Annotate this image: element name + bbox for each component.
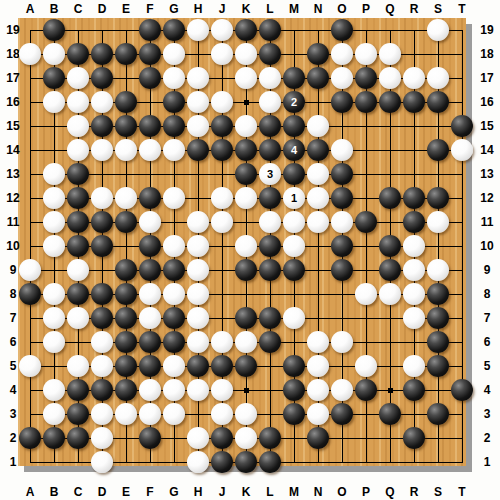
black-stone-L12[interactable] (259, 187, 281, 209)
white-stone-M10[interactable] (283, 235, 305, 257)
white-stone-H19[interactable] (187, 19, 209, 41)
white-stone-E14[interactable] (115, 139, 137, 161)
black-stone-K14[interactable] (235, 139, 257, 161)
black-stone-H5[interactable] (187, 355, 209, 377)
black-stone-O16[interactable] (331, 91, 353, 113)
black-stone-S7[interactable] (427, 307, 449, 329)
black-stone-C8[interactable] (67, 283, 89, 305)
black-stone-L10[interactable] (259, 235, 281, 257)
white-stone-B18[interactable] (43, 43, 65, 65)
col-label-top-M: M (282, 1, 306, 17)
black-stone-C2[interactable] (67, 427, 89, 449)
black-stone-F18[interactable] (139, 43, 161, 65)
black-stone-Q16[interactable] (379, 91, 401, 113)
row-label-right-19: 19 (474, 22, 500, 38)
col-label-top-L: L (258, 1, 282, 17)
white-stone-O14[interactable] (331, 139, 353, 161)
white-stone-F14[interactable] (139, 139, 161, 161)
white-stone-K6[interactable] (235, 331, 257, 353)
white-stone-O18[interactable] (331, 43, 353, 65)
black-stone-F5[interactable] (139, 355, 161, 377)
black-stone-K13[interactable] (235, 163, 257, 185)
white-stone-Q18[interactable] (379, 43, 401, 65)
black-stone-G6[interactable] (163, 331, 185, 353)
white-stone-S17[interactable] (427, 67, 449, 89)
black-stone-S8[interactable] (427, 283, 449, 305)
white-stone-R8[interactable] (403, 283, 425, 305)
col-label-bottom-A: A (18, 484, 42, 500)
white-stone-P8[interactable] (355, 283, 377, 305)
white-stone-R17[interactable] (403, 67, 425, 89)
black-stone-N18[interactable] (307, 43, 329, 65)
black-stone-E18[interactable] (115, 43, 137, 65)
white-stone-M7[interactable] (283, 307, 305, 329)
white-stone-B6[interactable] (43, 331, 65, 353)
black-stone-H14[interactable] (187, 139, 209, 161)
white-stone-L17[interactable] (259, 67, 281, 89)
star-point-K4 (244, 388, 249, 393)
black-stone-N2[interactable] (307, 427, 329, 449)
col-label-top-R: R (402, 1, 426, 17)
white-stone-T14[interactable] (451, 139, 473, 161)
black-stone-R16[interactable] (403, 91, 425, 113)
white-stone-A18[interactable] (19, 43, 41, 65)
black-stone-G7[interactable] (163, 307, 185, 329)
white-stone-N5[interactable] (307, 355, 329, 377)
white-stone-G12[interactable] (163, 187, 185, 209)
row-label-right-18: 18 (474, 46, 500, 62)
black-stone-F12[interactable] (139, 187, 161, 209)
white-stone-E3[interactable] (115, 403, 137, 425)
white-stone-K2[interactable] (235, 427, 257, 449)
col-label-bottom-T: T (450, 484, 474, 500)
white-stone-B13[interactable] (43, 163, 65, 185)
col-label-bottom-R: R (402, 484, 426, 500)
black-stone-C10[interactable] (67, 235, 89, 257)
black-stone-E4[interactable] (115, 379, 137, 401)
black-stone-K7[interactable] (235, 307, 257, 329)
col-label-bottom-Q: Q (378, 484, 402, 500)
black-stone-S6[interactable] (427, 331, 449, 353)
white-stone-P18[interactable] (355, 43, 377, 65)
white-stone-C9[interactable] (67, 259, 89, 281)
black-stone-R2[interactable] (403, 427, 425, 449)
col-label-bottom-L: L (258, 484, 282, 500)
col-label-top-K: K (234, 1, 258, 17)
white-stone-K3[interactable] (235, 403, 257, 425)
white-stone-G8[interactable] (163, 283, 185, 305)
black-stone-O19[interactable] (331, 19, 353, 41)
white-stone-R9[interactable] (403, 259, 425, 281)
black-stone-B19[interactable] (43, 19, 65, 41)
row-label-right-7: 7 (474, 310, 500, 326)
black-stone-F19[interactable] (139, 19, 161, 41)
star-point-K16 (244, 100, 249, 105)
col-label-top-S: S (426, 1, 450, 17)
black-stone-O12[interactable] (331, 187, 353, 209)
black-stone-L1[interactable] (259, 451, 281, 473)
black-stone-Q3[interactable] (379, 403, 401, 425)
white-stone-L13[interactable]: 3 (259, 163, 281, 185)
black-stone-P11[interactable] (355, 211, 377, 233)
row-label-right-14: 14 (474, 142, 500, 158)
white-stone-H10[interactable] (187, 235, 209, 257)
row-label-left-15: 15 (0, 118, 26, 134)
black-stone-G16[interactable] (163, 91, 185, 113)
row-label-left-7: 7 (0, 310, 26, 326)
white-stone-D2[interactable] (91, 427, 113, 449)
col-label-bottom-K: K (234, 484, 258, 500)
row-label-right-10: 10 (474, 238, 500, 254)
white-stone-A5[interactable] (19, 355, 41, 377)
white-stone-B10[interactable] (43, 235, 65, 257)
col-label-bottom-D: D (90, 484, 114, 500)
col-label-top-C: C (66, 1, 90, 17)
white-stone-G4[interactable] (163, 379, 185, 401)
row-label-right-4: 4 (474, 382, 500, 398)
row-label-left-4: 4 (0, 382, 26, 398)
black-stone-D8[interactable] (91, 283, 113, 305)
black-stone-C18[interactable] (67, 43, 89, 65)
black-stone-D10[interactable] (91, 235, 113, 257)
col-label-top-A: A (18, 1, 42, 17)
black-stone-Q10[interactable] (379, 235, 401, 257)
white-stone-S11[interactable] (427, 211, 449, 233)
col-label-top-O: O (330, 1, 354, 17)
black-stone-L9[interactable] (259, 259, 281, 281)
white-stone-G3[interactable] (163, 403, 185, 425)
black-stone-F15[interactable] (139, 115, 161, 137)
black-stone-J14[interactable] (211, 139, 233, 161)
col-label-top-D: D (90, 1, 114, 17)
black-stone-C11[interactable] (67, 211, 89, 233)
white-stone-H16[interactable] (187, 91, 209, 113)
white-stone-J3[interactable] (211, 403, 233, 425)
black-stone-C3[interactable] (67, 403, 89, 425)
black-stone-B17[interactable] (43, 67, 65, 89)
black-stone-M17[interactable] (283, 67, 305, 89)
row-label-left-12: 12 (0, 190, 26, 206)
white-stone-J12[interactable] (211, 187, 233, 209)
white-stone-C14[interactable] (67, 139, 89, 161)
white-stone-H2[interactable] (187, 427, 209, 449)
white-stone-K15[interactable] (235, 115, 257, 137)
white-stone-F4[interactable] (139, 379, 161, 401)
black-stone-M5[interactable] (283, 355, 305, 377)
row-label-right-17: 17 (474, 70, 500, 86)
white-stone-M11[interactable] (283, 211, 305, 233)
black-stone-M4[interactable] (283, 379, 305, 401)
white-stone-H4[interactable] (187, 379, 209, 401)
col-label-top-Q: Q (378, 1, 402, 17)
black-stone-O9[interactable] (331, 259, 353, 281)
col-label-top-B: B (42, 1, 66, 17)
black-stone-J1[interactable] (211, 451, 233, 473)
black-stone-J5[interactable] (211, 355, 233, 377)
white-stone-F8[interactable] (139, 283, 161, 305)
black-stone-M9[interactable] (283, 259, 305, 281)
black-stone-L7[interactable] (259, 307, 281, 329)
white-stone-B4[interactable] (43, 379, 65, 401)
col-label-bottom-F: F (138, 484, 162, 500)
white-stone-C16[interactable] (67, 91, 89, 113)
white-stone-B12[interactable] (43, 187, 65, 209)
col-label-bottom-C: C (66, 484, 90, 500)
black-stone-E5[interactable] (115, 355, 137, 377)
black-stone-P4[interactable] (355, 379, 377, 401)
black-stone-B2[interactable] (43, 427, 65, 449)
black-stone-K19[interactable] (235, 19, 257, 41)
col-label-bottom-M: M (282, 484, 306, 500)
white-stone-G10[interactable] (163, 235, 185, 257)
white-stone-Q17[interactable] (379, 67, 401, 89)
white-stone-G14[interactable] (163, 139, 185, 161)
star-point-Q4 (388, 388, 393, 393)
white-stone-G17[interactable] (163, 67, 185, 89)
white-stone-C5[interactable] (67, 355, 89, 377)
col-label-top-F: F (138, 1, 162, 17)
black-stone-O13[interactable] (331, 163, 353, 185)
black-stone-L18[interactable] (259, 43, 281, 65)
white-stone-C7[interactable] (67, 307, 89, 329)
black-stone-D17[interactable] (91, 67, 113, 89)
black-stone-F6[interactable] (139, 331, 161, 353)
white-stone-H8[interactable] (187, 283, 209, 305)
black-stone-K1[interactable] (235, 451, 257, 473)
white-stone-G5[interactable] (163, 355, 185, 377)
col-label-top-P: P (354, 1, 378, 17)
black-stone-D7[interactable] (91, 307, 113, 329)
black-stone-M16[interactable]: 2 (283, 91, 305, 113)
white-stone-D14[interactable] (91, 139, 113, 161)
black-stone-N17[interactable] (307, 67, 329, 89)
white-stone-J19[interactable] (211, 19, 233, 41)
row-label-right-6: 6 (474, 334, 500, 350)
col-label-top-G: G (162, 1, 186, 17)
black-stone-L15[interactable] (259, 115, 281, 137)
col-label-bottom-G: G (162, 484, 186, 500)
black-stone-T15[interactable] (451, 115, 473, 137)
col-label-bottom-B: B (42, 484, 66, 500)
row-label-left-13: 13 (0, 166, 26, 182)
black-stone-F2[interactable] (139, 427, 161, 449)
black-stone-S14[interactable] (427, 139, 449, 161)
black-stone-P17[interactable] (355, 67, 377, 89)
col-label-top-E: E (114, 1, 138, 17)
row-label-right-11: 11 (474, 214, 500, 230)
white-stone-J6[interactable] (211, 331, 233, 353)
white-stone-N3[interactable] (307, 403, 329, 425)
black-stone-F10[interactable] (139, 235, 161, 257)
black-stone-O3[interactable] (331, 403, 353, 425)
black-stone-J2[interactable] (211, 427, 233, 449)
row-label-left-3: 3 (0, 406, 26, 422)
black-stone-E6[interactable] (115, 331, 137, 353)
white-stone-H9[interactable] (187, 259, 209, 281)
white-stone-O11[interactable] (331, 211, 353, 233)
black-stone-A8[interactable] (19, 283, 41, 305)
white-stone-F11[interactable] (139, 211, 161, 233)
white-stone-J4[interactable] (211, 379, 233, 401)
white-stone-J18[interactable] (211, 43, 233, 65)
row-label-right-2: 2 (474, 430, 500, 446)
black-stone-L19[interactable] (259, 19, 281, 41)
row-label-right-15: 15 (474, 118, 500, 134)
black-stone-G9[interactable] (163, 259, 185, 281)
white-stone-N11[interactable] (307, 211, 329, 233)
white-stone-K18[interactable] (235, 43, 257, 65)
black-stone-O10[interactable] (331, 235, 353, 257)
black-stone-M3[interactable] (283, 403, 305, 425)
white-stone-Q8[interactable] (379, 283, 401, 305)
black-stone-K9[interactable] (235, 259, 257, 281)
black-stone-S3[interactable] (427, 403, 449, 425)
black-stone-P16[interactable] (355, 91, 377, 113)
white-stone-D5[interactable] (91, 355, 113, 377)
white-stone-H11[interactable] (187, 211, 209, 233)
black-stone-D11[interactable] (91, 211, 113, 233)
row-label-left-1: 1 (0, 454, 26, 470)
black-stone-L6[interactable] (259, 331, 281, 353)
col-label-bottom-S: S (426, 484, 450, 500)
row-label-left-16: 16 (0, 94, 26, 110)
white-stone-L16[interactable] (259, 91, 281, 113)
black-stone-D15[interactable] (91, 115, 113, 137)
black-stone-R12[interactable] (403, 187, 425, 209)
black-stone-C13[interactable] (67, 163, 89, 185)
white-stone-O4[interactable] (331, 379, 353, 401)
row-label-right-9: 9 (474, 262, 500, 278)
col-label-bottom-O: O (330, 484, 354, 500)
black-stone-C4[interactable] (67, 379, 89, 401)
col-label-bottom-J: J (210, 484, 234, 500)
black-stone-J15[interactable] (211, 115, 233, 137)
black-stone-G19[interactable] (163, 19, 185, 41)
black-stone-N14[interactable] (307, 139, 329, 161)
black-stone-M13[interactable] (283, 163, 305, 185)
white-stone-K17[interactable] (235, 67, 257, 89)
white-stone-O17[interactable] (331, 67, 353, 89)
black-stone-F17[interactable] (139, 67, 161, 89)
black-stone-C12[interactable] (67, 187, 89, 209)
white-stone-S19[interactable] (427, 19, 449, 41)
black-stone-E7[interactable] (115, 307, 137, 329)
white-stone-B3[interactable] (43, 403, 65, 425)
white-stone-H17[interactable] (187, 67, 209, 89)
row-label-left-14: 14 (0, 142, 26, 158)
white-stone-N6[interactable] (307, 331, 329, 353)
black-stone-D4[interactable] (91, 379, 113, 401)
black-stone-Q12[interactable] (379, 187, 401, 209)
black-stone-D18[interactable] (91, 43, 113, 65)
white-stone-N13[interactable] (307, 163, 329, 185)
black-stone-L2[interactable] (259, 427, 281, 449)
white-stone-R10[interactable] (403, 235, 425, 257)
white-stone-H1[interactable] (187, 451, 209, 473)
white-stone-B8[interactable] (43, 283, 65, 305)
col-label-top-H: H (186, 1, 210, 17)
black-stone-F9[interactable] (139, 259, 161, 281)
white-stone-P5[interactable] (355, 355, 377, 377)
black-stone-K5[interactable] (235, 355, 257, 377)
black-stone-R11[interactable] (403, 211, 425, 233)
col-label-top-N: N (306, 1, 330, 17)
white-stone-H15[interactable] (187, 115, 209, 137)
white-stone-R7[interactable] (403, 307, 425, 329)
white-stone-F7[interactable] (139, 307, 161, 329)
white-stone-H7[interactable] (187, 307, 209, 329)
white-stone-A9[interactable] (19, 259, 41, 281)
black-stone-S5[interactable] (427, 355, 449, 377)
white-stone-K10[interactable] (235, 235, 257, 257)
white-stone-B16[interactable] (43, 91, 65, 113)
white-stone-D6[interactable] (91, 331, 113, 353)
white-stone-L11[interactable] (259, 211, 281, 233)
black-stone-G15[interactable] (163, 115, 185, 137)
black-stone-E11[interactable] (115, 211, 137, 233)
white-stone-S9[interactable] (427, 259, 449, 281)
black-stone-S16[interactable] (427, 91, 449, 113)
black-stone-A2[interactable] (19, 427, 41, 449)
black-stone-E8[interactable] (115, 283, 137, 305)
row-label-right-3: 3 (474, 406, 500, 422)
white-stone-H6[interactable] (187, 331, 209, 353)
white-stone-C17[interactable] (67, 67, 89, 89)
black-stone-R4[interactable] (403, 379, 425, 401)
white-stone-B11[interactable] (43, 211, 65, 233)
white-stone-C15[interactable] (67, 115, 89, 137)
white-stone-N4[interactable] (307, 379, 329, 401)
row-label-right-5: 5 (474, 358, 500, 374)
black-stone-E15[interactable] (115, 115, 137, 137)
row-label-left-6: 6 (0, 334, 26, 350)
black-stone-E16[interactable] (115, 91, 137, 113)
white-stone-D3[interactable] (91, 403, 113, 425)
black-stone-M15[interactable] (283, 115, 305, 137)
white-stone-J11[interactable] (211, 211, 233, 233)
black-stone-E9[interactable] (115, 259, 137, 281)
white-stone-M12[interactable]: 1 (283, 187, 305, 209)
white-stone-G18[interactable] (163, 43, 185, 65)
black-stone-L14[interactable] (259, 139, 281, 161)
black-stone-Q9[interactable] (379, 259, 401, 281)
white-stone-D16[interactable] (91, 91, 113, 113)
white-stone-N12[interactable] (307, 187, 329, 209)
row-label-left-19: 19 (0, 22, 26, 38)
white-stone-N15[interactable] (307, 115, 329, 137)
black-stone-S12[interactable] (427, 187, 449, 209)
white-stone-O6[interactable] (331, 331, 353, 353)
row-label-right-12: 12 (474, 190, 500, 206)
white-stone-K12[interactable] (235, 187, 257, 209)
white-stone-J16[interactable] (211, 91, 233, 113)
white-stone-D12[interactable] (91, 187, 113, 209)
white-stone-R5[interactable] (403, 355, 425, 377)
row-label-right-8: 8 (474, 286, 500, 302)
black-stone-T4[interactable] (451, 379, 473, 401)
row-label-left-10: 10 (0, 238, 26, 254)
white-stone-B7[interactable] (43, 307, 65, 329)
row-label-left-11: 11 (0, 214, 26, 230)
black-stone-M14[interactable]: 4 (283, 139, 305, 161)
white-stone-E12[interactable] (115, 187, 137, 209)
white-stone-F3[interactable] (139, 403, 161, 425)
row-label-right-13: 13 (474, 166, 500, 182)
white-stone-D1[interactable] (91, 451, 113, 473)
row-label-right-1: 1 (474, 454, 500, 470)
row-label-left-17: 17 (0, 70, 26, 86)
col-label-top-T: T (450, 1, 474, 17)
